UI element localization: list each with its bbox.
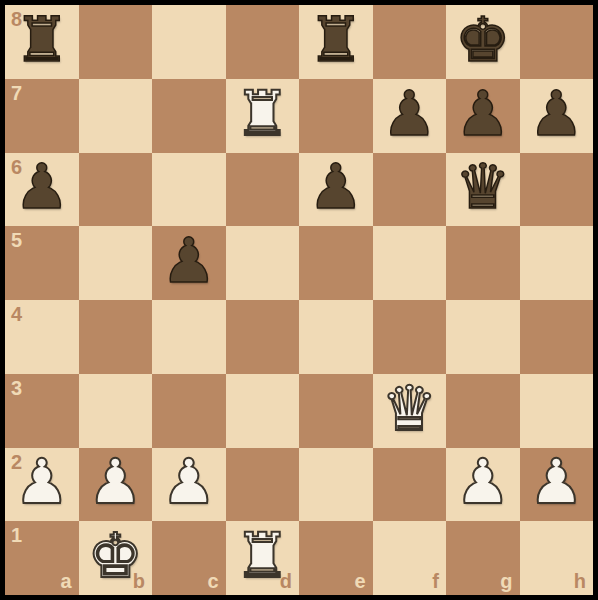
square-b7[interactable]: [79, 79, 153, 153]
square-f3[interactable]: ♛: [373, 374, 447, 448]
square-d7[interactable]: ♜: [226, 79, 300, 153]
square-c2[interactable]: ♟: [152, 448, 226, 522]
square-b4[interactable]: [79, 300, 153, 374]
square-g5[interactable]: [446, 226, 520, 300]
square-g6[interactable]: ♛: [446, 153, 520, 227]
square-b6[interactable]: [79, 153, 153, 227]
file-label-g: g: [500, 571, 512, 591]
black-pawn-piece[interactable]: ♟: [528, 83, 584, 145]
chess-board: 8♜♜♚7♜♟♟♟6♟♟♛5♟43♛2♟♟♟♟♟1ab♚cd♜efgh: [5, 5, 593, 595]
square-d4[interactable]: [226, 300, 300, 374]
black-pawn-piece[interactable]: ♟: [14, 156, 70, 218]
white-rook-piece[interactable]: ♜: [234, 525, 290, 587]
square-a3[interactable]: 3: [5, 374, 79, 448]
file-label-a: a: [60, 571, 71, 591]
square-c5[interactable]: ♟: [152, 226, 226, 300]
file-label-e: e: [354, 571, 365, 591]
black-pawn-piece[interactable]: ♟: [161, 230, 217, 292]
square-h8[interactable]: [520, 5, 594, 79]
rank-label-3: 3: [11, 378, 22, 398]
square-c4[interactable]: [152, 300, 226, 374]
square-e6[interactable]: ♟: [299, 153, 373, 227]
black-pawn-piece[interactable]: ♟: [308, 156, 364, 218]
square-h7[interactable]: ♟: [520, 79, 594, 153]
black-rook-piece[interactable]: ♜: [14, 9, 70, 71]
white-pawn-piece[interactable]: ♟: [455, 451, 511, 513]
square-f5[interactable]: [373, 226, 447, 300]
rank-label-7: 7: [11, 83, 22, 103]
square-c6[interactable]: [152, 153, 226, 227]
white-pawn-piece[interactable]: ♟: [161, 451, 217, 513]
square-f7[interactable]: ♟: [373, 79, 447, 153]
white-king-piece[interactable]: ♚: [87, 525, 143, 587]
square-a8[interactable]: 8♜: [5, 5, 79, 79]
square-b3[interactable]: [79, 374, 153, 448]
square-e3[interactable]: [299, 374, 373, 448]
square-h3[interactable]: [520, 374, 594, 448]
square-b5[interactable]: [79, 226, 153, 300]
square-e4[interactable]: [299, 300, 373, 374]
square-f2[interactable]: [373, 448, 447, 522]
square-h1[interactable]: h: [520, 521, 594, 595]
square-d5[interactable]: [226, 226, 300, 300]
black-pawn-piece[interactable]: ♟: [455, 83, 511, 145]
black-queen-piece[interactable]: ♛: [455, 156, 511, 218]
square-c3[interactable]: [152, 374, 226, 448]
square-c8[interactable]: [152, 5, 226, 79]
white-rook-piece[interactable]: ♜: [234, 83, 290, 145]
white-queen-piece[interactable]: ♛: [381, 378, 437, 440]
white-pawn-piece[interactable]: ♟: [14, 451, 70, 513]
square-e2[interactable]: [299, 448, 373, 522]
black-pawn-piece[interactable]: ♟: [381, 83, 437, 145]
square-d3[interactable]: [226, 374, 300, 448]
black-king-piece[interactable]: ♚: [455, 9, 511, 71]
square-h6[interactable]: [520, 153, 594, 227]
white-pawn-piece[interactable]: ♟: [528, 451, 584, 513]
square-f8[interactable]: [373, 5, 447, 79]
square-e7[interactable]: [299, 79, 373, 153]
square-h5[interactable]: [520, 226, 594, 300]
file-label-h: h: [574, 571, 586, 591]
square-a4[interactable]: 4: [5, 300, 79, 374]
square-b8[interactable]: [79, 5, 153, 79]
square-a2[interactable]: 2♟: [5, 448, 79, 522]
square-d1[interactable]: d♜: [226, 521, 300, 595]
square-d2[interactable]: [226, 448, 300, 522]
square-e5[interactable]: [299, 226, 373, 300]
square-g4[interactable]: [446, 300, 520, 374]
square-g1[interactable]: g: [446, 521, 520, 595]
square-e8[interactable]: ♜: [299, 5, 373, 79]
square-h4[interactable]: [520, 300, 594, 374]
square-h2[interactable]: ♟: [520, 448, 594, 522]
rank-label-4: 4: [11, 304, 22, 324]
square-a6[interactable]: 6♟: [5, 153, 79, 227]
square-a7[interactable]: 7: [5, 79, 79, 153]
square-g3[interactable]: [446, 374, 520, 448]
square-c7[interactable]: [152, 79, 226, 153]
square-f1[interactable]: f: [373, 521, 447, 595]
square-f4[interactable]: [373, 300, 447, 374]
square-a1[interactable]: 1a: [5, 521, 79, 595]
square-g8[interactable]: ♚: [446, 5, 520, 79]
square-c1[interactable]: c: [152, 521, 226, 595]
square-b1[interactable]: b♚: [79, 521, 153, 595]
square-b2[interactable]: ♟: [79, 448, 153, 522]
black-rook-piece[interactable]: ♜: [308, 9, 364, 71]
file-label-c: c: [207, 571, 218, 591]
square-g2[interactable]: ♟: [446, 448, 520, 522]
square-d6[interactable]: [226, 153, 300, 227]
white-pawn-piece[interactable]: ♟: [87, 451, 143, 513]
square-g7[interactable]: ♟: [446, 79, 520, 153]
rank-label-1: 1: [11, 525, 22, 545]
board-frame: 8♜♜♚7♜♟♟♟6♟♟♛5♟43♛2♟♟♟♟♟1ab♚cd♜efgh: [0, 0, 598, 600]
square-a5[interactable]: 5: [5, 226, 79, 300]
square-f6[interactable]: [373, 153, 447, 227]
file-label-f: f: [432, 571, 439, 591]
square-d8[interactable]: [226, 5, 300, 79]
square-e1[interactable]: e: [299, 521, 373, 595]
rank-label-5: 5: [11, 230, 22, 250]
